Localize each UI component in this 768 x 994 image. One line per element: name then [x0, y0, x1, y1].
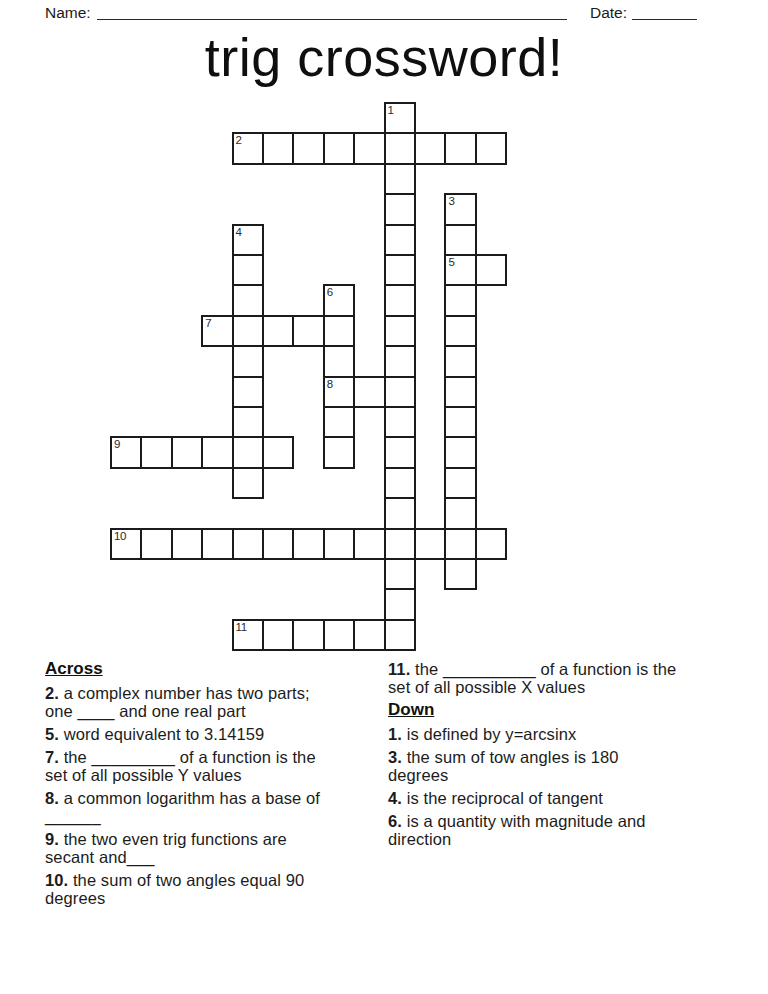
across-clue-7: 7. the _________ of a function is the se…: [45, 748, 393, 784]
clue-number-label: 9.: [45, 830, 59, 848]
grid-cell-r14c7[interactable]: [323, 528, 355, 560]
grid-cell-r9c7[interactable]: 8: [323, 376, 355, 408]
grid-cell-r14c12[interactable]: [475, 528, 507, 560]
grid-cell-r9c4[interactable]: [232, 376, 264, 408]
grid-cell-r14c10[interactable]: [414, 528, 446, 560]
across-clue-9: 9. the two even trig functions are secan…: [45, 830, 393, 866]
grid-cell-r14c8[interactable]: [353, 528, 385, 560]
grid-cell-r1c12[interactable]: [475, 132, 507, 164]
clue-text: is defined by y=arcsinx: [407, 725, 577, 743]
grid-cell-r11c7[interactable]: [323, 436, 355, 468]
grid-cell-r9c11[interactable]: [444, 376, 476, 408]
grid-cell-r11c2[interactable]: [171, 436, 203, 468]
grid-cell-r10c7[interactable]: [323, 406, 355, 438]
down-clue-4: 4. is the reciprocal of tangent: [388, 789, 736, 807]
clue-text: the two even trig functions are secant a…: [45, 830, 287, 866]
grid-cell-r7c6[interactable]: [292, 315, 324, 347]
grid-clue-number-2: 2: [236, 134, 242, 146]
grid-cell-r8c11[interactable]: [444, 345, 476, 377]
grid-cell-r14c2[interactable]: [171, 528, 203, 560]
grid-cell-r9c8[interactable]: [353, 376, 385, 408]
clue-text: the sum of two angles equal 90 degrees: [45, 871, 304, 907]
down-clues-column: 11. the __________ of a function is the …: [388, 660, 736, 853]
grid-cell-r1c10[interactable]: [414, 132, 446, 164]
across-clues-column: Across 2. a complex number has two parts…: [45, 660, 393, 912]
clue-number-label: 2.: [45, 684, 59, 702]
clue-number-label: 8.: [45, 789, 59, 807]
grid-cell-r17c9[interactable]: [384, 619, 416, 651]
grid-cell-r9c9[interactable]: [384, 376, 416, 408]
clue-number-label: 3.: [388, 748, 402, 766]
date-blank-line: [632, 19, 697, 20]
page-title: trig crossword!: [0, 26, 768, 88]
grid-cell-r13c11[interactable]: [444, 497, 476, 529]
clue-number-label: 1.: [388, 725, 402, 743]
grid-cell-r1c11[interactable]: [444, 132, 476, 164]
grid-cell-r3c11[interactable]: 3: [444, 193, 476, 225]
across-clue-2: 2. a complex number has two parts; one _…: [45, 684, 393, 720]
grid-clue-number-9: 9: [114, 438, 120, 450]
grid-cell-r14c11[interactable]: [444, 528, 476, 560]
grid-cell-r1c9[interactable]: [384, 132, 416, 164]
down-clue-list: 1. is defined by y=arcsinx3. the sum of …: [388, 725, 736, 848]
grid-cell-r4c9[interactable]: [384, 224, 416, 256]
grid-cell-r14c9[interactable]: [384, 528, 416, 560]
grid-cell-r14c3[interactable]: [201, 528, 233, 560]
grid-cell-r12c4[interactable]: [232, 467, 264, 499]
grid-cell-r14c4[interactable]: [232, 528, 264, 560]
grid-cell-r5c11[interactable]: 5: [444, 254, 476, 286]
grid-cell-r7c4[interactable]: [232, 315, 264, 347]
grid-cell-r1c7[interactable]: [323, 132, 355, 164]
across-clue-8: 8. a common logarithm has a base of ____…: [45, 789, 393, 825]
grid-cell-r10c9[interactable]: [384, 406, 416, 438]
grid-cell-r3c9[interactable]: [384, 193, 416, 225]
across-clue-5: 5. word equivalent to 3.14159: [45, 725, 393, 743]
grid-cell-r12c9[interactable]: [384, 467, 416, 499]
grid-clue-number-10: 10: [114, 530, 126, 542]
grid-clue-number-7: 7: [205, 317, 211, 329]
down-heading: Down: [388, 701, 736, 719]
grid-cell-r5c9[interactable]: [384, 254, 416, 286]
grid-cell-r17c7[interactable]: [323, 619, 355, 651]
clue-text: word equivalent to 3.14159: [64, 725, 265, 743]
grid-cell-r2c9[interactable]: [384, 163, 416, 195]
clue-number-label: 7.: [45, 748, 59, 766]
grid-cell-r6c4[interactable]: [232, 284, 264, 316]
grid-cell-r7c5[interactable]: [262, 315, 294, 347]
down-clue-3: 3. the sum of tow angles is 180 degrees: [388, 748, 736, 784]
grid-cell-r7c3[interactable]: 7: [201, 315, 233, 347]
grid-cell-r11c1[interactable]: [140, 436, 172, 468]
grid-cell-r5c4[interactable]: [232, 254, 264, 286]
grid-cell-r10c4[interactable]: [232, 406, 264, 438]
grid-cell-r8c9[interactable]: [384, 345, 416, 377]
grid-cell-r6c11[interactable]: [444, 284, 476, 316]
grid-cell-r14c1[interactable]: [140, 528, 172, 560]
grid-cell-r17c4[interactable]: 11: [232, 619, 264, 651]
clue-number-label: 4.: [388, 789, 402, 807]
grid-cell-r17c6[interactable]: [292, 619, 324, 651]
grid-cell-r11c3[interactable]: [201, 436, 233, 468]
grid-cell-r17c8[interactable]: [353, 619, 385, 651]
grid-cell-r5c12[interactable]: [475, 254, 507, 286]
across-clue-10: 10. the sum of two angles equal 90 degre…: [45, 871, 393, 907]
clue-text: the __________ of a function is the set …: [388, 660, 676, 696]
grid-clue-number-1: 1: [388, 104, 394, 116]
clue-number-label: 6.: [388, 812, 402, 830]
clue-text: the sum of tow angles is 180 degrees: [388, 748, 619, 784]
grid-cell-r12c11[interactable]: [444, 467, 476, 499]
grid-clue-number-3: 3: [448, 195, 454, 207]
grid-cell-r1c8[interactable]: [353, 132, 385, 164]
grid-cell-r8c4[interactable]: [232, 345, 264, 377]
clue-text: a complex number has two parts; one ____…: [45, 684, 310, 720]
clue-number-label: 5.: [45, 725, 59, 743]
grid-cell-r7c11[interactable]: [444, 315, 476, 347]
clue-number-label: 11.: [388, 660, 410, 678]
grid-cell-r15c9[interactable]: [384, 558, 416, 590]
grid-cell-r10c11[interactable]: [444, 406, 476, 438]
grid-cell-r11c4[interactable]: [232, 436, 264, 468]
grid-cell-r8c7[interactable]: [323, 345, 355, 377]
name-label: Name:: [45, 4, 91, 22]
grid-cell-r16c9[interactable]: [384, 588, 416, 620]
grid-cell-r15c11[interactable]: [444, 558, 476, 590]
crossword-grid: 1234567891011: [110, 102, 508, 652]
clue-11-block: 11. the __________ of a function is the …: [388, 660, 736, 696]
grid-cell-r11c5[interactable]: [262, 436, 294, 468]
name-blank-line: [97, 19, 567, 20]
clue-text: the _________ of a function is the set o…: [45, 748, 316, 784]
grid-cell-r1c4[interactable]: 2: [232, 132, 264, 164]
across-heading: Across: [45, 660, 393, 678]
grid-clue-number-8: 8: [327, 378, 333, 390]
grid-cell-r13c9[interactable]: [384, 497, 416, 529]
down-clue-1: 1. is defined by y=arcsinx: [388, 725, 736, 743]
crossword-worksheet: { "game": "crossword", "title": "trig cr…: [0, 0, 768, 994]
date-label: Date:: [590, 4, 627, 22]
grid-cell-r14c5[interactable]: [262, 528, 294, 560]
grid-clue-number-5: 5: [448, 256, 454, 268]
clue-number-label: 10.: [45, 871, 68, 889]
grid-clue-number-6: 6: [327, 286, 333, 298]
grid-cell-r11c11[interactable]: [444, 436, 476, 468]
clue-text: is a quantity with magnitude and directi…: [388, 812, 646, 848]
grid-clue-number-11: 11: [236, 621, 247, 633]
grid-cell-r11c9[interactable]: [384, 436, 416, 468]
grid-cell-r14c0[interactable]: 10: [110, 528, 142, 560]
across-clue-list: 2. a complex number has two parts; one _…: [45, 684, 393, 907]
grid-cell-r1c5[interactable]: [262, 132, 294, 164]
grid-cell-r17c5[interactable]: [262, 619, 294, 651]
across-clue-11: 11. the __________ of a function is the …: [388, 660, 736, 696]
grid-cell-r7c7[interactable]: [323, 315, 355, 347]
grid-cell-r1c6[interactable]: [292, 132, 324, 164]
down-clue-6: 6. is a quantity with magnitude and dire…: [388, 812, 736, 848]
grid-cell-r4c11[interactable]: [444, 224, 476, 256]
grid-cell-r6c9[interactable]: [384, 284, 416, 316]
grid-cell-r4c4[interactable]: 4: [232, 224, 264, 256]
grid-clue-number-4: 4: [236, 226, 242, 238]
grid-cell-r14c6[interactable]: [292, 528, 324, 560]
grid-cell-r6c7[interactable]: 6: [323, 284, 355, 316]
clue-text: is the reciprocal of tangent: [407, 789, 603, 807]
clue-text: a common logarithm has a base of ______: [45, 789, 320, 825]
grid-cell-r11c0[interactable]: 9: [110, 436, 142, 468]
grid-cell-r7c9[interactable]: [384, 315, 416, 347]
grid-cell-r0c9[interactable]: 1: [384, 102, 416, 134]
